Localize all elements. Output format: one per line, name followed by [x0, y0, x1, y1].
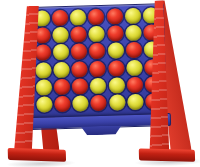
disc-yellow — [89, 26, 105, 42]
disc-red — [72, 61, 88, 77]
board-cell — [69, 8, 88, 26]
board-cell — [51, 26, 70, 44]
disc-red — [71, 26, 87, 42]
board-cell — [35, 96, 54, 114]
disc-yellow — [53, 27, 69, 43]
board-cell — [71, 78, 90, 96]
disc-yellow — [125, 7, 141, 23]
left-foot — [8, 148, 66, 162]
disc-red — [91, 95, 107, 111]
disc-yellow — [36, 79, 52, 95]
disc-yellow — [73, 96, 89, 112]
disc-yellow — [107, 43, 123, 59]
board-cell — [87, 8, 106, 26]
board-cell — [125, 59, 144, 77]
disc-red — [88, 9, 104, 25]
board-cell — [51, 9, 70, 27]
disc-yellow — [53, 61, 69, 77]
board-cell — [72, 95, 91, 113]
board-cell — [34, 61, 53, 79]
disc-yellow — [36, 97, 52, 113]
board-cell — [89, 77, 108, 95]
disc-yellow — [53, 44, 69, 60]
board-cell — [52, 43, 71, 61]
disc-red — [52, 10, 68, 26]
right-foot — [139, 148, 195, 161]
disc-red — [126, 42, 142, 58]
board-cell — [105, 7, 124, 25]
disc-yellow — [126, 59, 142, 75]
board-cell — [126, 93, 145, 111]
board-cell — [124, 41, 143, 59]
board-cell — [108, 94, 127, 112]
board-cell — [123, 7, 142, 25]
board-cell — [106, 25, 125, 43]
disc-yellow — [70, 9, 86, 25]
board-cell — [35, 79, 54, 97]
disc-yellow — [35, 62, 51, 78]
disc-red — [106, 8, 122, 24]
board-cell — [88, 42, 107, 60]
board-grid — [33, 6, 163, 114]
board-cell — [107, 59, 126, 77]
disc-red — [35, 45, 51, 61]
disc-yellow — [109, 95, 125, 111]
scene — [0, 0, 200, 167]
board-cell — [70, 26, 89, 44]
board-cell — [53, 95, 72, 113]
board-cell — [52, 61, 71, 79]
disc-red — [127, 77, 143, 93]
disc-red — [72, 78, 88, 94]
disc-yellow — [90, 78, 106, 94]
disc-red — [108, 60, 124, 76]
disc-release-tab — [79, 125, 123, 135]
disc-red — [90, 60, 106, 76]
board-cell — [90, 94, 109, 112]
board-cell — [71, 60, 90, 78]
disc-red — [54, 96, 70, 112]
product-photo-connect-four — [0, 0, 200, 167]
disc-yellow — [125, 25, 141, 41]
board-cell — [124, 24, 143, 42]
disc-red — [89, 43, 105, 59]
board-cell — [53, 78, 72, 96]
board-cell — [89, 60, 108, 78]
board-cell — [70, 43, 89, 61]
disc-yellow — [127, 94, 143, 110]
board-cell — [88, 25, 107, 43]
disc-red — [54, 79, 70, 95]
board-cell — [107, 77, 126, 95]
disc-red — [107, 25, 123, 41]
disc-yellow — [108, 77, 124, 93]
board-cell — [106, 42, 125, 60]
disc-red — [71, 44, 87, 60]
board-cell — [125, 76, 144, 94]
connect-four-board — [29, 3, 167, 119]
